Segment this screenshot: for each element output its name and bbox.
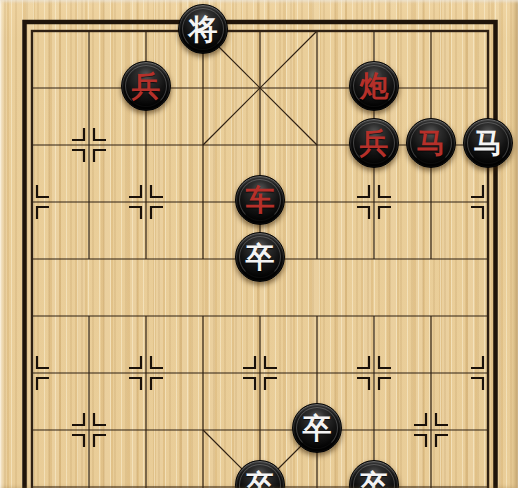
- piece-black-soldier-d[interactable]: 卒: [349, 460, 399, 488]
- piece-character: 兵: [132, 72, 161, 101]
- piece-black-soldier-a[interactable]: 卒: [235, 232, 285, 282]
- piece-character: 卒: [246, 471, 275, 488]
- piece-character: 马: [474, 129, 503, 158]
- piece-character: 卒: [303, 414, 332, 443]
- piece-black-general[interactable]: 将: [178, 4, 228, 54]
- piece-character: 卒: [360, 471, 389, 488]
- piece-character: 兵: [360, 129, 389, 158]
- piece-character: 将: [189, 15, 218, 44]
- xiangqi-board: 将兵炮兵马马车卒卒卒卒: [0, 0, 518, 488]
- piece-red-horse[interactable]: 马: [406, 118, 456, 168]
- piece-red-soldier-b[interactable]: 兵: [349, 118, 399, 168]
- pieces-layer: 将兵炮兵马马车卒卒卒卒: [0, 0, 518, 488]
- piece-character: 马: [417, 129, 446, 158]
- piece-black-horse[interactable]: 马: [463, 118, 513, 168]
- piece-red-chariot[interactable]: 车: [235, 175, 285, 225]
- piece-character: 卒: [246, 243, 275, 272]
- piece-character: 车: [246, 186, 275, 215]
- piece-black-soldier-c[interactable]: 卒: [235, 460, 285, 488]
- piece-red-cannon[interactable]: 炮: [349, 61, 399, 111]
- piece-character: 炮: [360, 72, 389, 101]
- piece-red-soldier-a[interactable]: 兵: [121, 61, 171, 111]
- piece-black-soldier-b[interactable]: 卒: [292, 403, 342, 453]
